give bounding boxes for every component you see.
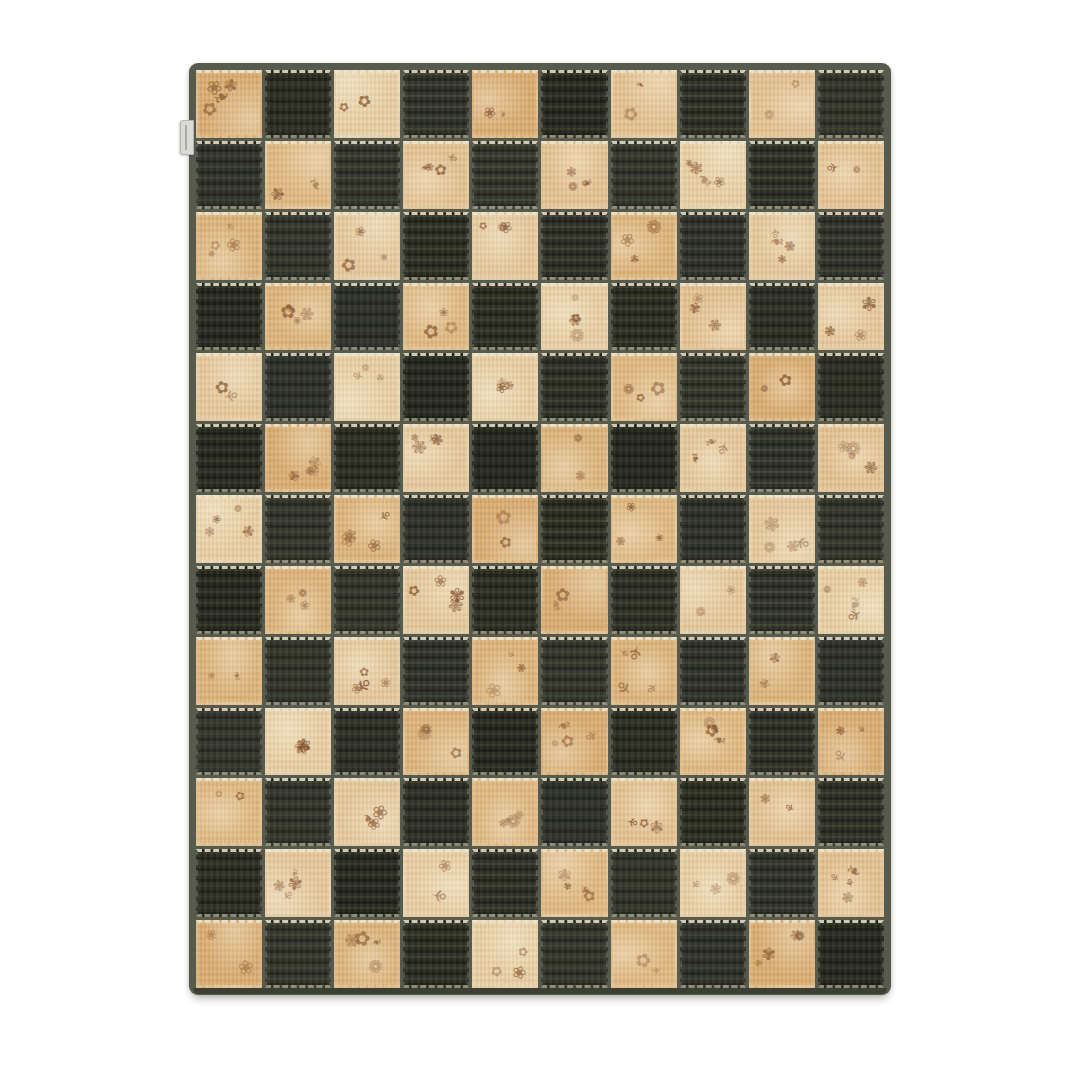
floral-motif-icon: ⚘ <box>856 724 869 737</box>
floral-motif-icon: ❃ <box>342 528 358 546</box>
board-square: ✿❁ <box>749 70 815 138</box>
floral-motif-icon: ❃ <box>861 460 879 476</box>
floral-motif-icon: ❃ <box>341 930 363 953</box>
board-square: ❧❁⚘❃ <box>818 566 884 634</box>
floral-motif-icon: ❧ <box>843 860 864 883</box>
board-square: ❧⚘❁✿ <box>541 708 607 776</box>
floral-motif-icon: ❀ <box>337 528 359 551</box>
board-square <box>403 70 469 138</box>
floral-motif-icon: ❁ <box>296 586 308 599</box>
board-square <box>611 141 677 209</box>
board-square: ❀❀ <box>196 920 262 988</box>
floral-motif-icon: ❁ <box>232 503 244 516</box>
board-square <box>472 708 538 776</box>
board-square <box>265 495 331 563</box>
board-square: ❀❀❃ <box>611 495 677 563</box>
board-square <box>472 141 538 209</box>
floral-motif-icon: ❀ <box>202 76 226 98</box>
floral-motif-icon: ❁ <box>413 721 437 744</box>
board-square <box>680 778 746 846</box>
board-square <box>749 424 815 492</box>
board-square: ✿❀❃ <box>334 212 400 280</box>
board-square <box>472 424 538 492</box>
floral-motif-icon: ❁ <box>621 381 638 396</box>
board-square <box>196 849 262 917</box>
board-square <box>265 353 331 421</box>
floral-motif-icon: ❧ <box>288 867 302 879</box>
floral-motif-icon: ❀ <box>291 315 303 328</box>
board-square <box>749 708 815 776</box>
floral-motif-icon: ❁ <box>565 324 588 346</box>
board-square <box>541 495 607 563</box>
floral-motif-icon: ⚘ <box>829 745 853 769</box>
floral-motif-icon: ❁ <box>571 432 585 446</box>
floral-motif-icon: ⚘ <box>769 226 783 241</box>
floral-motif-icon: ❁ <box>823 585 832 595</box>
board-square: ❁✾❃❀ <box>196 495 262 563</box>
floral-motif-icon: ❃ <box>683 157 695 169</box>
floral-motif-icon: ✿ <box>631 948 656 972</box>
floral-motif-icon: ✾ <box>686 300 703 316</box>
board-square <box>403 495 469 563</box>
board-square: ⚘⚘⚘⚘ <box>611 637 677 705</box>
floral-motif-icon: ⚘ <box>790 532 813 554</box>
board-square: ❧❀ <box>472 70 538 138</box>
floral-motif-icon: ❀ <box>431 570 451 591</box>
floral-motif-icon: ⚘ <box>502 815 514 827</box>
board-square <box>680 495 746 563</box>
board-square: ❀❁✾ <box>611 212 677 280</box>
floral-motif-icon: ⚘ <box>625 641 647 664</box>
floral-motif-icon: ❧ <box>547 596 567 615</box>
fabric-tag <box>180 120 194 155</box>
board-square: ❀✾❃✾ <box>265 424 331 492</box>
floral-motif-icon: ❀ <box>616 229 639 252</box>
floral-motif-icon: ⚘ <box>687 877 703 893</box>
floral-motif-icon: ⚘ <box>427 885 449 905</box>
floral-motif-icon: ✿ <box>569 310 584 326</box>
board-square: ❧❃⚘❃ <box>749 212 815 280</box>
floral-motif-icon: ⚘ <box>221 218 237 234</box>
board-square <box>611 849 677 917</box>
floral-motif-icon: ❃ <box>283 303 296 315</box>
board-square: ✿✿ <box>196 778 262 846</box>
board-square <box>818 778 884 846</box>
floral-motif-icon: ✾ <box>495 376 511 390</box>
floral-motif-icon: ✿ <box>421 323 441 340</box>
board-square: ⚘❁❃ <box>680 849 746 917</box>
floral-motif-icon: ❀ <box>724 585 737 596</box>
floral-motif-icon: ❁ <box>762 106 779 122</box>
floral-motif-icon: ❀ <box>437 306 451 319</box>
board-square: ⚘⚘❃❧ <box>818 849 884 917</box>
floral-motif-icon: ❁ <box>845 451 856 461</box>
board-square <box>611 708 677 776</box>
floral-motif-icon: ⚘ <box>844 877 856 890</box>
board-square: ❃❧ <box>196 637 262 705</box>
floral-motif-icon: ❃ <box>757 790 774 807</box>
board-square: ❁⚘ <box>818 141 884 209</box>
board-square <box>749 141 815 209</box>
board-square <box>472 283 538 351</box>
board-square: ⚘❃ <box>749 778 815 846</box>
floral-motif-icon: ❃ <box>283 591 299 607</box>
board-square <box>196 141 262 209</box>
floral-motif-icon: ❁ <box>567 179 580 193</box>
board-square: ✾⚘✾ <box>265 708 331 776</box>
board-square <box>680 920 746 988</box>
board-square: ❀❀⚘❃ <box>334 495 400 563</box>
floral-motif-icon: ✿ <box>790 77 801 90</box>
floral-motif-icon: ❁ <box>759 382 769 393</box>
board-square: ❀❃✾ <box>680 283 746 351</box>
board-square <box>611 424 677 492</box>
floral-motif-icon: ❃ <box>566 311 585 331</box>
floral-motif-icon: ❧ <box>580 175 596 191</box>
board-square <box>334 424 400 492</box>
floral-motif-icon: ❃ <box>201 523 218 539</box>
floral-motif-icon: ⚘ <box>278 887 297 906</box>
floral-motif-icon: ❧ <box>230 670 244 683</box>
floral-motif-icon: ❃ <box>380 252 388 261</box>
floral-motif-icon: ❃ <box>407 435 431 460</box>
floral-motif-icon: ❁ <box>722 867 745 889</box>
floral-motif-icon: ✿ <box>515 944 531 959</box>
board-square <box>403 353 469 421</box>
board-square: ❧❀❀ <box>334 778 400 846</box>
floral-motif-icon: ✿ <box>581 886 598 904</box>
floral-motif-icon: ✾ <box>555 865 577 886</box>
floral-motif-icon: ✾ <box>304 454 323 471</box>
board-square: ✾✾❀ <box>472 353 538 421</box>
board-square <box>265 70 331 138</box>
floral-motif-icon: ✿ <box>213 380 231 396</box>
floral-motif-icon: ✾ <box>647 817 669 838</box>
floral-motif-icon: ❁ <box>551 738 559 747</box>
floral-motif-icon: ❁ <box>494 219 510 234</box>
floral-motif-icon: ✿ <box>777 370 796 390</box>
floral-motif-icon: ❃ <box>443 593 468 618</box>
floral-motif-icon: ✾ <box>629 253 639 265</box>
board-square: ❁✿❧❃ <box>334 920 400 988</box>
floral-motif-icon: ❧ <box>635 80 645 92</box>
floral-motif-icon: ✿ <box>209 238 222 253</box>
floral-motif-icon: ❃ <box>782 239 798 253</box>
board-square: ❃❁ <box>541 424 607 492</box>
floral-motif-icon: ❀ <box>370 804 390 821</box>
floral-motif-icon: ❃ <box>760 513 784 535</box>
floral-motif-icon: ❃ <box>709 722 722 735</box>
floral-motif-icon: ❀ <box>480 105 498 121</box>
board-square: ❃❃❧❀ <box>680 141 746 209</box>
board-square <box>818 353 884 421</box>
floral-motif-icon: ⚘ <box>374 507 394 526</box>
floral-motif-icon: ✾ <box>756 675 773 692</box>
board-square <box>611 283 677 351</box>
floral-motif-icon: ✿ <box>621 104 640 125</box>
board-square: ⚘✿ <box>196 353 262 421</box>
floral-motif-icon: ❀ <box>509 962 528 983</box>
board-square: ⚘❃❀ <box>472 637 538 705</box>
board-square: ✿❁❁❃ <box>541 283 607 351</box>
patchwork-rug: ✾❧✿❀✿✿❧❀❧✿✿❁✾❧✿⚘❃❧❁❁❧❃❃❃❧❀❁⚘✿❀⚘❃✿❀❃❀❁✿❀❁… <box>189 63 891 995</box>
board-square <box>265 920 331 988</box>
floral-motif-icon: ❧ <box>209 84 234 110</box>
floral-motif-icon: ❁ <box>844 440 863 456</box>
board-square <box>334 849 400 917</box>
floral-motif-icon: ❁ <box>761 538 780 556</box>
board-square <box>818 495 884 563</box>
floral-motif-icon: ✾ <box>292 738 314 757</box>
floral-motif-icon: ⚘ <box>782 800 798 815</box>
board-square: ✾❃❧⚘ <box>265 849 331 917</box>
floral-motif-icon: ⚘ <box>651 965 663 976</box>
floral-motif-icon: ✾ <box>291 734 315 757</box>
floral-motif-icon: ❁ <box>570 290 582 302</box>
floral-motif-icon: ❀ <box>234 956 258 978</box>
floral-motif-icon: ❃ <box>565 164 577 178</box>
floral-motif-icon: ❁ <box>502 811 523 830</box>
board-square: ✿❀✿ <box>403 283 469 351</box>
floral-motif-icon: ❁ <box>644 216 663 237</box>
floral-motif-icon: ❀ <box>711 175 727 189</box>
board-square: ❁✿❁ <box>403 708 469 776</box>
board-square: ✿⚘✾ <box>611 778 677 846</box>
floral-motif-icon: ❀ <box>851 325 870 345</box>
checkerboard: ✾❧✿❀✿✿❧❀❧✿✿❁✾❧✿⚘❃❧❁❁❧❃❃❃❧❀❁⚘✿❀⚘❃✿❀❃❀❁✿❀❁… <box>196 70 884 988</box>
floral-motif-icon: ✿ <box>356 664 371 680</box>
floral-motif-icon: ⚘ <box>583 726 603 745</box>
board-square <box>680 70 746 138</box>
board-square: ✿✿ <box>334 70 400 138</box>
board-square <box>196 283 262 351</box>
floral-motif-icon: ⚘ <box>219 386 240 405</box>
floral-motif-icon: ❧ <box>693 168 717 193</box>
floral-motif-icon: ❀ <box>296 597 313 614</box>
floral-motif-icon: ✿ <box>637 817 652 830</box>
board-square <box>403 212 469 280</box>
floral-motif-icon: ✿ <box>430 160 449 180</box>
board-square <box>611 566 677 634</box>
board-square: ⚘❀ <box>403 849 469 917</box>
board-square: ❀❁✿ <box>472 212 538 280</box>
floral-motif-icon: ⚘ <box>713 437 734 459</box>
board-square: ❧❁✿❃ <box>680 708 746 776</box>
floral-motif-icon: ❀ <box>836 438 852 456</box>
floral-motif-icon: ❀ <box>211 512 224 526</box>
floral-motif-icon: ❃ <box>514 660 528 674</box>
floral-motif-icon: ✿ <box>633 391 647 404</box>
floral-motif-icon: ❃ <box>206 250 216 258</box>
floral-motif-icon: ❃ <box>423 160 435 173</box>
floral-motif-icon: ⚘ <box>350 368 367 384</box>
floral-motif-icon: ✾ <box>562 880 574 891</box>
board-square: ✿✾✾✾ <box>541 849 607 917</box>
floral-motif-icon: ✿ <box>233 789 247 804</box>
board-square <box>541 212 607 280</box>
board-square <box>196 424 262 492</box>
floral-motif-icon: ❃ <box>429 431 446 449</box>
board-square <box>196 566 262 634</box>
board-square <box>403 920 469 988</box>
floral-motif-icon: ✾ <box>861 294 878 314</box>
rug-photo: ✾❧✿❀✿✿❧❀❧✿✿❁✾❧✿⚘❃❧❁❁❧❃❃❃❧❀❁⚘✿❀⚘❃✿❀❃❀❁✿❀❁… <box>0 0 1080 1080</box>
floral-motif-icon: ✿ <box>496 533 515 552</box>
floral-motif-icon: ✾ <box>285 873 307 893</box>
board-square <box>541 920 607 988</box>
board-square <box>680 353 746 421</box>
floral-motif-icon: ✿ <box>276 300 300 322</box>
board-square: ❃❃❃⚘ <box>403 424 469 492</box>
floral-motif-icon: ❃ <box>409 430 422 442</box>
floral-motif-icon: ❃ <box>706 316 725 336</box>
board-square: ❧✿ <box>611 70 677 138</box>
board-square: ✿❁✿ <box>611 353 677 421</box>
board-square <box>680 212 746 280</box>
floral-motif-icon: ❀ <box>363 535 385 556</box>
board-square <box>541 778 607 846</box>
floral-motif-icon: ✿ <box>477 220 490 233</box>
board-square <box>680 637 746 705</box>
floral-motif-icon: ❁ <box>359 361 371 374</box>
floral-motif-icon: ⚘ <box>624 814 641 830</box>
floral-motif-icon: ❃ <box>303 465 315 478</box>
board-square <box>749 283 815 351</box>
floral-motif-icon: ❁ <box>700 712 718 732</box>
board-square <box>749 566 815 634</box>
board-square <box>541 70 607 138</box>
floral-motif-icon: ⚘ <box>611 675 637 700</box>
floral-motif-icon: ✾ <box>579 885 591 897</box>
board-square <box>334 283 400 351</box>
floral-motif-icon: ❃ <box>572 468 589 484</box>
floral-motif-icon: ✿ <box>440 316 462 338</box>
board-square <box>541 637 607 705</box>
floral-motif-icon: ❁ <box>365 954 387 977</box>
floral-motif-icon: ✿ <box>199 98 221 119</box>
floral-motif-icon: ⚘ <box>506 649 519 662</box>
floral-motif-icon: ❃ <box>786 925 805 945</box>
board-square <box>403 778 469 846</box>
floral-motif-icon: ❧ <box>497 110 507 119</box>
board-square <box>265 637 331 705</box>
floral-motif-icon: ✾ <box>239 524 256 539</box>
floral-motif-icon: ❁ <box>417 721 433 738</box>
board-square <box>334 141 400 209</box>
board-square: ✿❧ <box>541 566 607 634</box>
floral-motif-icon: ❃ <box>833 724 849 740</box>
floral-motif-icon: ✾ <box>757 943 779 964</box>
board-square <box>196 708 262 776</box>
board-square: ❁❀ <box>680 566 746 634</box>
floral-motif-icon: ✾ <box>445 583 469 607</box>
floral-motif-icon: ❀ <box>690 291 706 308</box>
board-square <box>818 212 884 280</box>
floral-motif-icon: ❀ <box>348 678 366 696</box>
board-square: ❃✿❀✾ <box>403 566 469 634</box>
board-square: ✾❧ <box>265 141 331 209</box>
board-square <box>818 637 884 705</box>
floral-motif-icon: ❀ <box>492 380 510 397</box>
floral-motif-icon: ✾ <box>285 467 303 485</box>
floral-motif-icon: ❧ <box>370 935 383 950</box>
floral-motif-icon: ❃ <box>706 880 726 899</box>
floral-motif-icon: ⚘ <box>828 870 844 886</box>
floral-motif-icon: ❀ <box>223 234 243 256</box>
floral-motif-icon: ❀ <box>624 501 639 514</box>
floral-motif-icon: ✾ <box>754 959 765 968</box>
floral-motif-icon: ❃ <box>839 890 855 907</box>
floral-motif-icon: ✿ <box>355 92 375 110</box>
board-square <box>472 849 538 917</box>
board-square: ✿✿ <box>472 495 538 563</box>
floral-motif-icon: ❧ <box>712 732 726 749</box>
board-square: ✿⚘ <box>611 920 677 988</box>
board-square: ❧⚘❧ <box>680 424 746 492</box>
floral-motif-icon: ❀ <box>377 674 394 690</box>
board-square: ❀❃❃✿ <box>265 283 331 351</box>
floral-motif-icon: ✾ <box>220 76 241 95</box>
floral-motif-icon: ✿ <box>552 584 575 607</box>
floral-motif-icon: ❃ <box>689 158 704 176</box>
board-square: ✾❧✿❀ <box>196 70 262 138</box>
board-square <box>818 70 884 138</box>
floral-motif-icon: ✿ <box>350 926 373 951</box>
floral-motif-icon: ✿ <box>488 962 505 980</box>
floral-motif-icon: ❧ <box>845 596 865 613</box>
floral-motif-icon: ❀ <box>364 814 384 835</box>
floral-motif-icon: ⚘ <box>617 645 632 660</box>
board-square: ❁❀❃ <box>265 566 331 634</box>
floral-motif-icon: ⚘ <box>843 604 866 627</box>
floral-motif-icon: ❀ <box>304 461 322 480</box>
board-square <box>265 212 331 280</box>
floral-motif-icon: ✾ <box>501 377 516 393</box>
board-square <box>334 708 400 776</box>
floral-motif-icon: ❧ <box>358 808 379 829</box>
floral-motif-icon: ❃ <box>206 670 216 679</box>
floral-motif-icon: ✿ <box>649 377 668 399</box>
board-square <box>749 849 815 917</box>
floral-motif-icon: ❃ <box>298 306 317 322</box>
floral-motif-icon: ⚘ <box>422 428 443 449</box>
floral-motif-icon: ❧ <box>554 715 574 736</box>
floral-motif-icon: ✾ <box>766 649 784 667</box>
floral-motif-icon: ❁ <box>791 927 807 944</box>
floral-motif-icon: ❁ <box>693 605 708 618</box>
board-square <box>334 566 400 634</box>
board-square: ✿⚘❃❧ <box>403 141 469 209</box>
floral-motif-icon: ❀ <box>482 679 504 703</box>
board-square: ✿❀⚘❃ <box>196 212 262 280</box>
floral-motif-icon: ❃ <box>821 324 838 340</box>
floral-motif-icon: ⚘ <box>349 672 376 699</box>
floral-motif-icon: ⚘ <box>292 738 313 757</box>
board-square: ❃❀✾ <box>818 283 884 351</box>
floral-motif-icon: ❧ <box>769 232 785 250</box>
board-square: ❀✿✿ <box>472 920 538 988</box>
board-square: ⚘⚘❃ <box>818 708 884 776</box>
floral-motif-icon: ❀ <box>499 219 513 235</box>
floral-motif-icon: ❀ <box>353 226 367 238</box>
floral-motif-icon: ✿ <box>407 583 421 599</box>
floral-motif-icon: ✿ <box>559 732 577 752</box>
floral-motif-icon: ❃ <box>269 877 288 897</box>
floral-motif-icon: ❧ <box>702 433 719 452</box>
board-square: ❁❃❁❀ <box>818 424 884 492</box>
floral-motif-icon: ❀ <box>434 856 455 877</box>
floral-motif-icon: ❧ <box>688 451 704 465</box>
